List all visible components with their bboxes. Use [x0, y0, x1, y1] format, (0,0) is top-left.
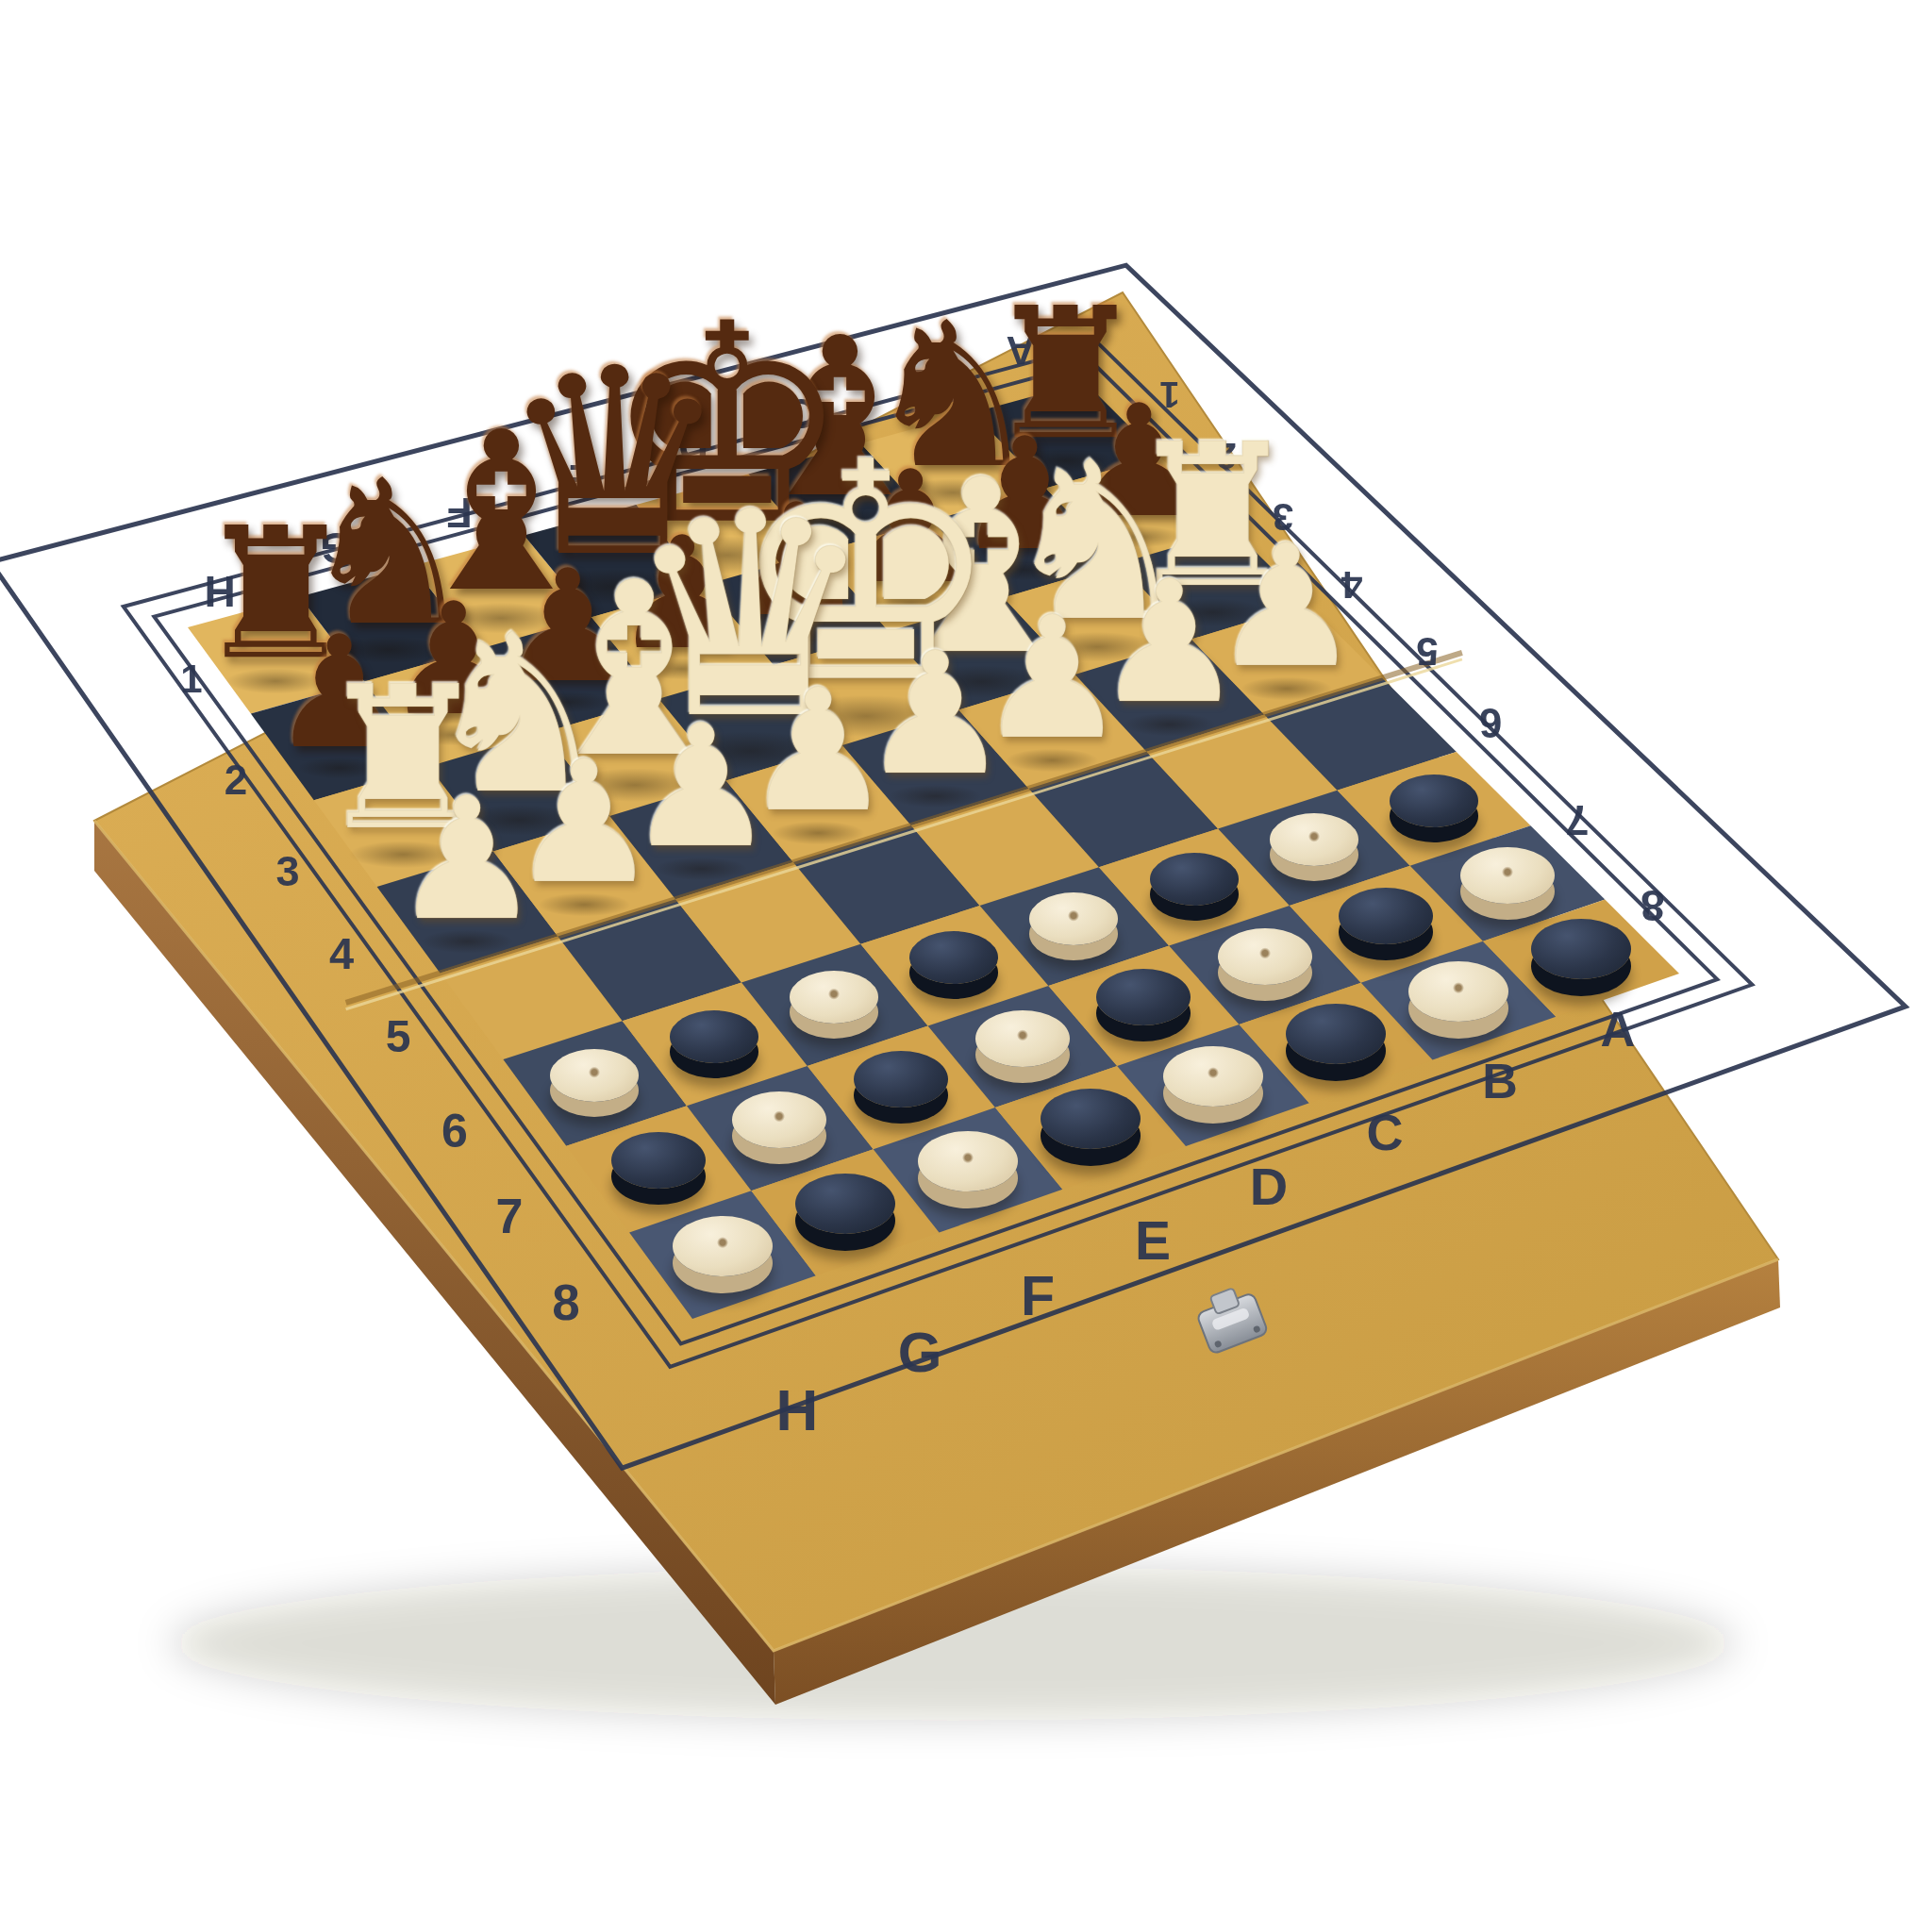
coord-top-E: E	[569, 456, 597, 504]
coord-left-7: 7	[496, 1189, 524, 1243]
coord-right-6: 6	[1479, 700, 1502, 746]
coord-right-5: 5	[1416, 629, 1438, 674]
coord-left-5: 5	[386, 1011, 411, 1061]
coord-left-4: 4	[329, 928, 354, 978]
coord-left-6: 6	[441, 1105, 468, 1158]
coord-top-D: D	[678, 424, 708, 470]
coord-bottom-A: A	[1601, 1003, 1636, 1057]
coord-bottom-F: F	[1021, 1265, 1055, 1327]
coord-left-3: 3	[275, 847, 299, 895]
coord-bottom-H: H	[776, 1377, 819, 1442]
coord-right-8: 8	[1641, 881, 1665, 930]
coord-bottom-G: G	[898, 1321, 942, 1384]
coord-left-8: 8	[552, 1274, 579, 1330]
wooden-folding-board: HGFEDCBAHGFEDCBA1234567812345678	[0, 0, 1932, 1932]
coord-top-H: H	[204, 567, 235, 616]
coord-left-1: 1	[180, 657, 202, 701]
coord-bottom-B: B	[1482, 1054, 1518, 1108]
coord-top-F: F	[446, 489, 473, 537]
coord-right-1: 1	[1159, 375, 1179, 414]
coord-top-C: C	[787, 391, 817, 437]
coord-top-B: B	[905, 361, 935, 408]
coord-top-G: G	[320, 524, 354, 573]
coord-left-2: 2	[225, 757, 247, 803]
coord-right-4: 4	[1341, 563, 1362, 607]
coord-right-3: 3	[1273, 496, 1293, 538]
coord-right-7: 7	[1565, 796, 1589, 844]
coord-bottom-D: D	[1250, 1157, 1288, 1216]
coord-top-A: A	[1006, 328, 1035, 374]
board-game-photo: HGFEDCBAHGFEDCBA1234567812345678 ♚♛♜♜♝♝♞…	[0, 0, 1932, 1932]
coord-bottom-C: C	[1367, 1104, 1404, 1160]
coord-right-2: 2	[1216, 436, 1237, 476]
coord-bottom-E: E	[1135, 1210, 1171, 1271]
